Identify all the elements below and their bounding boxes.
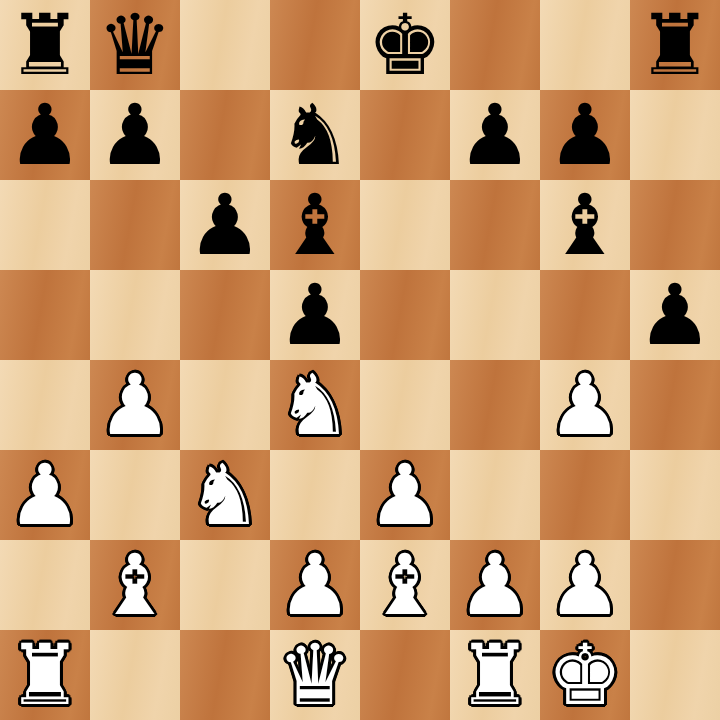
square-f3[interactable] [450,450,540,540]
square-e6[interactable] [360,180,450,270]
square-e4[interactable] [360,360,450,450]
square-c7[interactable] [180,90,270,180]
piece-black-bishop-icon[interactable]: ♝ [547,180,622,270]
square-g7[interactable]: ♟ [540,90,630,180]
piece-white-pawn-icon[interactable]: ♟ [547,540,622,630]
square-c4[interactable] [180,360,270,450]
square-e5[interactable] [360,270,450,360]
square-c6[interactable]: ♟ [180,180,270,270]
square-g2[interactable]: ♟ [540,540,630,630]
square-a2[interactable] [0,540,90,630]
square-h3[interactable] [630,450,720,540]
square-b1[interactable] [90,630,180,720]
square-e3[interactable]: ♟ [360,450,450,540]
square-a5[interactable] [0,270,90,360]
square-f8[interactable] [450,0,540,90]
piece-black-king-icon[interactable]: ♚ [367,0,442,90]
square-a4[interactable] [0,360,90,450]
piece-white-pawn-icon[interactable]: ♟ [547,360,622,450]
piece-black-pawn-icon[interactable]: ♟ [97,90,172,180]
piece-black-pawn-icon[interactable]: ♟ [187,180,262,270]
piece-white-pawn-icon[interactable]: ♟ [97,360,172,450]
piece-black-pawn-icon[interactable]: ♟ [277,270,352,360]
square-a7[interactable]: ♟ [0,90,90,180]
square-a1[interactable]: ♜ [0,630,90,720]
square-b3[interactable] [90,450,180,540]
square-g5[interactable] [540,270,630,360]
piece-white-rook-icon[interactable]: ♜ [7,630,82,720]
chess-board: ♜♛♚♜♟♟♞♟♟♟♝♝♟♟♟♞♟♟♞♟♝♟♝♟♟♜♛♜♚ [0,0,720,720]
piece-black-queen-icon[interactable]: ♛ [97,0,172,90]
square-d7[interactable]: ♞ [270,90,360,180]
square-h1[interactable] [630,630,720,720]
piece-black-pawn-icon[interactable]: ♟ [457,90,532,180]
piece-white-bishop-icon[interactable]: ♝ [367,540,442,630]
piece-black-rook-icon[interactable]: ♜ [7,0,82,90]
piece-white-king-icon[interactable]: ♚ [547,630,622,720]
square-h5[interactable]: ♟ [630,270,720,360]
square-d6[interactable]: ♝ [270,180,360,270]
square-b7[interactable]: ♟ [90,90,180,180]
square-e2[interactable]: ♝ [360,540,450,630]
square-d5[interactable]: ♟ [270,270,360,360]
piece-black-pawn-icon[interactable]: ♟ [7,90,82,180]
square-g3[interactable] [540,450,630,540]
square-c2[interactable] [180,540,270,630]
square-e1[interactable] [360,630,450,720]
piece-black-pawn-icon[interactable]: ♟ [637,270,712,360]
square-b5[interactable] [90,270,180,360]
square-h8[interactable]: ♜ [630,0,720,90]
piece-white-pawn-icon[interactable]: ♟ [277,540,352,630]
square-c5[interactable] [180,270,270,360]
square-f7[interactable]: ♟ [450,90,540,180]
square-f2[interactable]: ♟ [450,540,540,630]
square-g8[interactable] [540,0,630,90]
square-b4[interactable]: ♟ [90,360,180,450]
square-h4[interactable] [630,360,720,450]
square-b6[interactable] [90,180,180,270]
piece-white-knight-icon[interactable]: ♞ [187,450,262,540]
square-h2[interactable] [630,540,720,630]
square-a8[interactable]: ♜ [0,0,90,90]
square-b8[interactable]: ♛ [90,0,180,90]
square-f5[interactable] [450,270,540,360]
square-f6[interactable] [450,180,540,270]
square-c3[interactable]: ♞ [180,450,270,540]
piece-black-pawn-icon[interactable]: ♟ [547,90,622,180]
piece-white-pawn-icon[interactable]: ♟ [367,450,442,540]
square-c1[interactable] [180,630,270,720]
square-h7[interactable] [630,90,720,180]
square-c8[interactable] [180,0,270,90]
piece-white-pawn-icon[interactable]: ♟ [7,450,82,540]
square-a3[interactable]: ♟ [0,450,90,540]
square-e7[interactable] [360,90,450,180]
piece-black-bishop-icon[interactable]: ♝ [277,180,352,270]
square-b2[interactable]: ♝ [90,540,180,630]
square-d2[interactable]: ♟ [270,540,360,630]
square-d1[interactable]: ♛ [270,630,360,720]
piece-white-queen-icon[interactable]: ♛ [277,630,352,720]
square-d8[interactable] [270,0,360,90]
square-d4[interactable]: ♞ [270,360,360,450]
square-d3[interactable] [270,450,360,540]
square-g4[interactable]: ♟ [540,360,630,450]
square-g6[interactable]: ♝ [540,180,630,270]
piece-black-rook-icon[interactable]: ♜ [637,0,712,90]
square-f4[interactable] [450,360,540,450]
square-a6[interactable] [0,180,90,270]
piece-white-rook-icon[interactable]: ♜ [457,630,532,720]
square-f1[interactable]: ♜ [450,630,540,720]
piece-white-knight-icon[interactable]: ♞ [277,360,352,450]
piece-white-pawn-icon[interactable]: ♟ [457,540,532,630]
piece-black-knight-icon[interactable]: ♞ [277,90,352,180]
square-g1[interactable]: ♚ [540,630,630,720]
piece-white-bishop-icon[interactable]: ♝ [97,540,172,630]
square-h6[interactable] [630,180,720,270]
square-e8[interactable]: ♚ [360,0,450,90]
